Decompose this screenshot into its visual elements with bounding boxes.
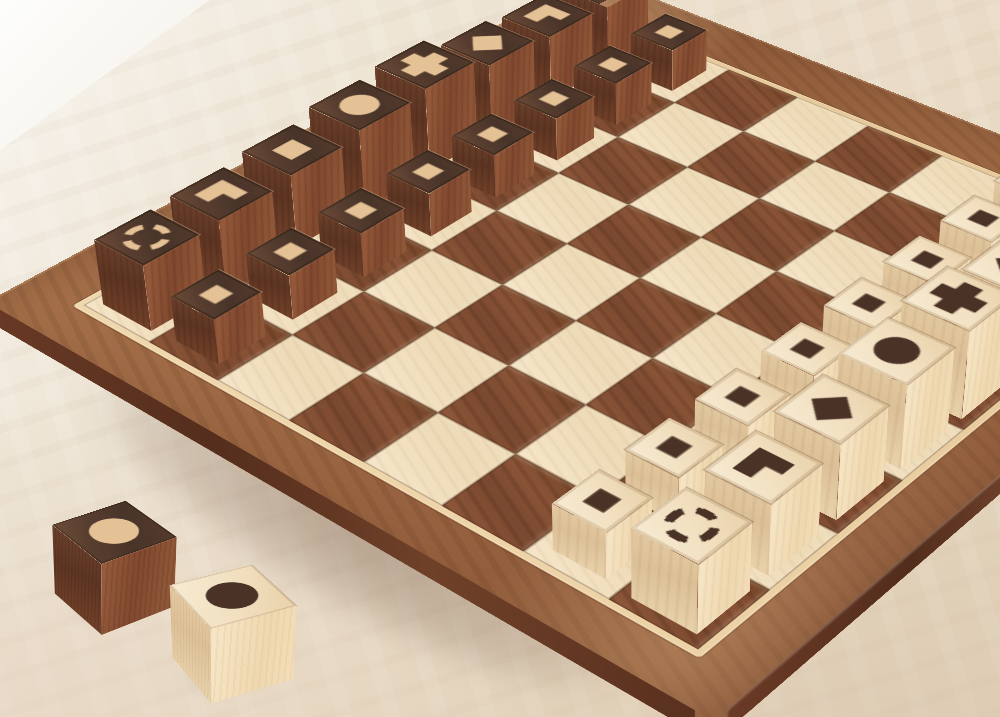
white-rook-a1[interactable]: [630, 556, 749, 634]
black-pawn-b7[interactable]: [250, 271, 337, 320]
backdrop-wall: [0, 0, 210, 150]
black-pawn-a7[interactable]: [176, 313, 266, 364]
photo-scene: [0, 0, 1000, 717]
